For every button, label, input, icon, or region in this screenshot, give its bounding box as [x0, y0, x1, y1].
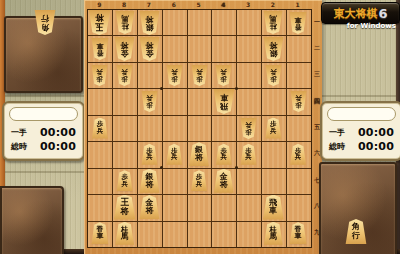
board-square-7c[interactable] [138, 63, 162, 88]
app-logo: 東大将棋 6 [321, 2, 400, 24]
board-square-6h[interactable] [163, 195, 187, 220]
file-label: 3 [236, 0, 261, 9]
rank-label: 三 [312, 70, 322, 79]
board-square-4e[interactable] [212, 116, 236, 141]
board-square-6g[interactable] [163, 169, 187, 194]
sente-total-time-value: 00:00 [358, 140, 394, 153]
board-square-3h[interactable] [237, 195, 261, 220]
tatami-seam [0, 95, 84, 97]
file-label: 4 [211, 0, 236, 9]
sente-clock-panel: 一手 00:00 総時 00:00 [320, 101, 400, 161]
board-square-3b[interactable] [237, 36, 261, 61]
board-square-3c[interactable] [237, 63, 261, 88]
board-square-9g[interactable] [88, 169, 112, 194]
board-square-4i[interactable] [212, 222, 236, 247]
board-square-5a[interactable] [188, 10, 212, 35]
piece-box [0, 186, 64, 254]
sente-move-time-label: 一手 [329, 127, 345, 138]
board-square-7e[interactable] [138, 116, 162, 141]
file-label: 6 [161, 0, 186, 9]
board-square-6b[interactable] [163, 36, 187, 61]
board-square-6a[interactable] [163, 10, 187, 35]
gote-move-time-value: 00:00 [40, 126, 76, 139]
board-square-8e[interactable] [113, 116, 137, 141]
board-square-5e[interactable] [188, 116, 212, 141]
board-square-3i[interactable] [237, 222, 261, 247]
gote-move-time-label: 一手 [11, 127, 27, 138]
file-labels: 987654321 [87, 0, 310, 9]
file-label: 2 [260, 0, 285, 9]
rank-label: 二 [312, 44, 322, 53]
file-label: 1 [285, 0, 310, 9]
board-square-1h[interactable] [287, 195, 311, 220]
sente-move-time-value: 00:00 [358, 126, 394, 139]
board-square-4h[interactable] [212, 195, 236, 220]
board-square-2d[interactable] [262, 89, 286, 114]
board-square-3a[interactable] [237, 10, 261, 35]
board-square-1c[interactable] [287, 63, 311, 88]
board-square-9d[interactable] [88, 89, 112, 114]
board-square-4a[interactable] [212, 10, 236, 35]
file-label: 7 [137, 0, 162, 9]
logo-subtitle-text: for Windows [321, 22, 396, 30]
board-square-6i[interactable] [163, 222, 187, 247]
board-square-6d[interactable] [163, 89, 187, 114]
logo-version-text: 6 [378, 6, 387, 21]
sente-total-time-label: 総時 [329, 141, 345, 152]
sente-player-name-field[interactable] [327, 107, 396, 121]
file-label: 9 [87, 0, 112, 9]
gote-clock-panel: 一手 00:00 総時 00:00 [2, 101, 85, 161]
gote-player-name-field[interactable] [9, 107, 78, 121]
hoshi-dot [235, 166, 238, 169]
board-square-5d[interactable] [188, 89, 212, 114]
board-square-6e[interactable] [163, 116, 187, 141]
board-square-2g[interactable] [262, 169, 286, 194]
board-square-1e[interactable] [287, 116, 311, 141]
gote-total-time-label: 総時 [11, 141, 27, 152]
board-square-8f[interactable] [113, 142, 137, 167]
tatami-seam [322, 95, 400, 97]
file-label: 5 [186, 0, 211, 9]
board-square-5i[interactable] [188, 222, 212, 247]
logo-title-text: 東大将棋 [333, 6, 377, 21]
board-square-2f[interactable] [262, 142, 286, 167]
board-square-9f[interactable] [88, 142, 112, 167]
tatami-seam [0, 171, 84, 173]
file-label: 8 [112, 0, 137, 9]
board-square-4b[interactable] [212, 36, 236, 61]
board-square-3d[interactable] [237, 89, 261, 114]
board-square-7i[interactable] [138, 222, 162, 247]
board-square-9h[interactable] [88, 195, 112, 220]
hoshi-dot [235, 87, 238, 90]
board-square-8d[interactable] [113, 89, 137, 114]
board-square-3g[interactable] [237, 169, 261, 194]
board-square-5b[interactable] [188, 36, 212, 61]
board-square-1b[interactable] [287, 36, 311, 61]
board-square-1g[interactable] [287, 169, 311, 194]
board-square-5h[interactable] [188, 195, 212, 220]
gote-total-time-value: 00:00 [40, 140, 76, 153]
shogi-board: 987654321 一二三四五六七八九 玉将桂馬銀将桂馬香車香車金将金将銀将歩兵… [84, 0, 322, 254]
app-window: 一手 00:00 総時 00:00 987654321 一二三四五六七八九 玉将… [0, 0, 400, 254]
